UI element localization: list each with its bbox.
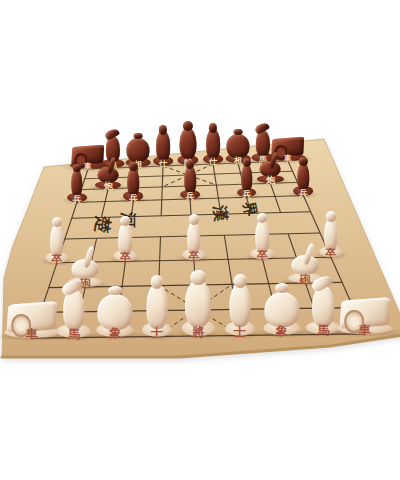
piece-ivory-advisor-f6r10[interactable]: 士	[225, 269, 255, 336]
piece-body	[241, 164, 252, 192]
piece-head	[151, 275, 164, 289]
piece-glyph: 卒	[319, 248, 342, 259]
piece-glyph: 炮	[257, 176, 283, 185]
piece-body	[184, 166, 195, 194]
piece-ivory-horse-f8r10[interactable]: 馬	[306, 272, 341, 334]
piece-glyph: 象	[97, 327, 134, 339]
piece-body	[98, 294, 133, 330]
piece-ivory-soldier-f3r7[interactable]: 卒	[114, 212, 137, 262]
piece-body	[146, 284, 167, 328]
piece-body	[230, 283, 251, 327]
piece-glyph: 卒	[182, 251, 205, 262]
piece-red-advisor-f6r1[interactable]: 仕	[203, 120, 223, 164]
piece-red-soldier-f3r4[interactable]: 兵	[124, 158, 144, 200]
piece-body	[298, 163, 309, 191]
piece-ivory-advisor-f4r10[interactable]: 士	[142, 270, 172, 337]
piece-head	[234, 274, 247, 288]
piece-body	[313, 286, 335, 327]
piece-glyph: 兵	[293, 189, 313, 198]
piece-ivory-soldier-f7r7[interactable]: 卒	[251, 209, 274, 259]
river-label-2-char-1: 漢	[210, 203, 231, 223]
piece-body	[256, 220, 270, 253]
piece-red-soldier-f1r4[interactable]: 兵	[67, 160, 87, 202]
piece-body	[264, 292, 299, 328]
piece-glyph: 仕	[203, 158, 223, 166]
piece-body	[206, 129, 220, 158]
piece-glyph: 炮	[95, 182, 121, 191]
piece-body	[186, 280, 212, 327]
piece-glyph: 士	[142, 327, 172, 339]
piece-glyph: 兵	[180, 192, 200, 201]
xiangqi-scene: 楚河漢界車馬相仕帥仕相馬車炮炮兵兵兵兵兵卒卒卒卒卒砲砲車馬象士將士象馬車	[0, 0, 400, 480]
piece-glyph: 將	[182, 326, 214, 338]
piece-glyph: 車	[338, 324, 393, 336]
piece-head	[234, 129, 243, 135]
piece-glyph: 兵	[237, 190, 257, 199]
piece-glyph: 兵	[67, 195, 87, 204]
piece-ivory-chariot-f9r10[interactable]: 車	[338, 284, 393, 334]
piece-glyph: 卒	[251, 250, 274, 261]
piece-red-cannon-f2r3[interactable]: 炮	[95, 152, 121, 189]
piece-body	[179, 128, 196, 159]
piece-glyph: 馬	[56, 328, 91, 340]
piece-red-advisor-f4r1[interactable]: 仕	[153, 122, 173, 166]
piece-head	[134, 133, 143, 139]
piece-ivory-horse-f2r10[interactable]: 馬	[56, 276, 91, 338]
piece-red-soldier-f7r4[interactable]: 兵	[237, 155, 257, 197]
piece-body	[156, 131, 170, 160]
piece-ivory-chariot-f1r10[interactable]: 車	[5, 289, 60, 339]
piece-red-cannon-f8r3[interactable]: 炮	[257, 147, 283, 184]
piece-red-soldier-f9r4[interactable]: 兵	[293, 153, 313, 195]
piece-body	[128, 168, 139, 196]
piece-ivory-soldier-f1r7[interactable]: 卒	[45, 213, 68, 263]
piece-red-soldier-f5r4[interactable]: 兵	[180, 157, 200, 199]
river-label-1-char-1: 楚	[92, 214, 114, 235]
piece-ivory-elephant-f7r10[interactable]: 象	[263, 273, 300, 335]
piece-ivory-soldier-f9r7[interactable]: 卒	[319, 207, 342, 257]
piece-ivory-elephant-f3r10[interactable]: 象	[97, 275, 134, 337]
piece-ivory-soldier-f5r7[interactable]: 卒	[182, 210, 205, 260]
piece-glyph: 士	[225, 326, 255, 338]
piece-glyph: 象	[263, 325, 300, 337]
piece-glyph: 卒	[114, 252, 137, 263]
piece-body	[71, 169, 82, 197]
piece-ivory-general-f5r10[interactable]: 將	[182, 264, 214, 336]
piece-glyph: 兵	[124, 194, 144, 203]
piece-body	[50, 224, 64, 257]
piece-glyph: 卒	[45, 254, 68, 265]
